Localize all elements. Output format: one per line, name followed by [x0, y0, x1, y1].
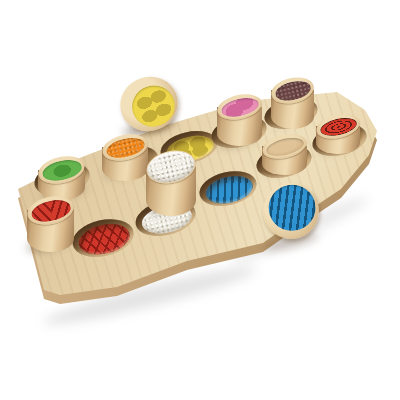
- piece-face-blue-ribbed: [265, 182, 318, 234]
- product-photo-stage: [0, 0, 400, 400]
